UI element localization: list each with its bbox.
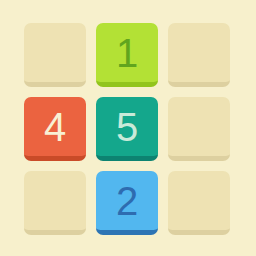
tile-2-r2c1[interactable]: 2 (96, 171, 158, 235)
tile-number-1: 1 (116, 33, 138, 73)
tile-1-r0c1[interactable]: 1 (96, 23, 158, 87)
game-board: 1452 (0, 0, 256, 256)
tile-5-r1c1[interactable]: 5 (96, 97, 158, 161)
empty-cell-r0c2 (168, 23, 230, 87)
empty-cell-r0c0 (24, 23, 86, 87)
tile-number-4: 4 (44, 107, 66, 147)
tile-number-5: 5 (116, 107, 138, 147)
tile-number-2: 2 (116, 181, 138, 221)
empty-cell-r2c0 (24, 171, 86, 235)
empty-cell-r2c2 (168, 171, 230, 235)
empty-cell-r1c2 (168, 97, 230, 161)
tile-4-r1c0[interactable]: 4 (24, 97, 86, 161)
